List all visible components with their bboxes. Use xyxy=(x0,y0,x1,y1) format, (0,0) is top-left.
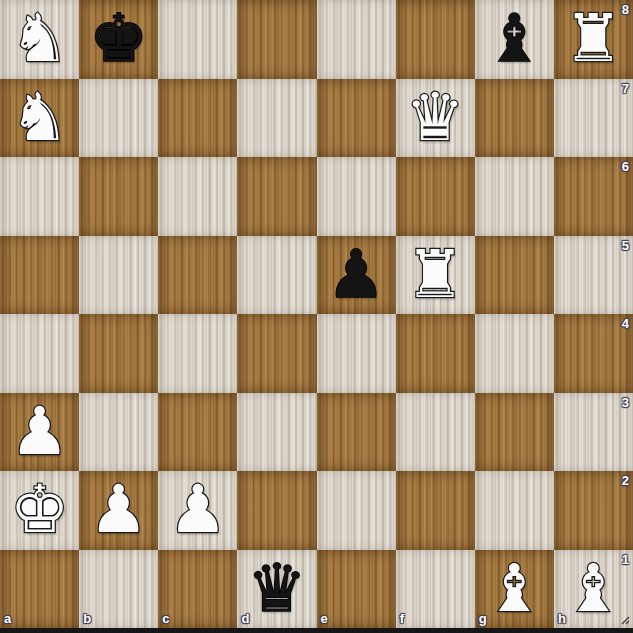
square-g3[interactable] xyxy=(475,393,554,472)
square-a7[interactable]: ♞ xyxy=(0,79,79,158)
square-e8[interactable] xyxy=(317,0,396,79)
square-h2[interactable]: 2 xyxy=(554,471,633,550)
square-g6[interactable] xyxy=(475,157,554,236)
square-h4[interactable]: 4 xyxy=(554,314,633,393)
chess-app-window: ♞♚♝8♜♞♛76♟♜54♟3♚♟♟2abcd♛efg♝1h♝ xyxy=(0,0,633,633)
white-rook-h8[interactable]: ♜ xyxy=(554,0,633,79)
square-c6[interactable] xyxy=(158,157,237,236)
square-d2[interactable] xyxy=(237,471,316,550)
file-label-c: c xyxy=(162,612,169,625)
square-a8[interactable]: ♞ xyxy=(0,0,79,79)
square-c8[interactable] xyxy=(158,0,237,79)
square-d7[interactable] xyxy=(237,79,316,158)
square-f4[interactable] xyxy=(396,314,475,393)
square-a1[interactable]: a xyxy=(0,550,79,629)
square-g5[interactable] xyxy=(475,236,554,315)
file-label-a: a xyxy=(4,612,11,625)
rank-label-6: 6 xyxy=(622,160,629,173)
square-e3[interactable] xyxy=(317,393,396,472)
square-c5[interactable] xyxy=(158,236,237,315)
white-pawn-b2[interactable]: ♟ xyxy=(79,471,158,550)
rank-label-7: 7 xyxy=(622,82,629,95)
square-e4[interactable] xyxy=(317,314,396,393)
square-e5[interactable]: ♟ xyxy=(317,236,396,315)
square-e2[interactable] xyxy=(317,471,396,550)
square-f1[interactable]: f xyxy=(396,550,475,629)
square-d1[interactable]: d♛ xyxy=(237,550,316,629)
square-h5[interactable]: 5 xyxy=(554,236,633,315)
square-h8[interactable]: 8♜ xyxy=(554,0,633,79)
square-e7[interactable] xyxy=(317,79,396,158)
square-h3[interactable]: 3 xyxy=(554,393,633,472)
square-f7[interactable]: ♛ xyxy=(396,79,475,158)
square-f6[interactable] xyxy=(396,157,475,236)
white-pawn-c2[interactable]: ♟ xyxy=(158,471,237,550)
square-b7[interactable] xyxy=(79,79,158,158)
black-king-b8[interactable]: ♚ xyxy=(79,0,158,79)
black-pawn-e5[interactable]: ♟ xyxy=(317,236,396,315)
chess-board: ♞♚♝8♜♞♛76♟♜54♟3♚♟♟2abcd♛efg♝1h♝ xyxy=(0,0,633,628)
white-rook-f5[interactable]: ♜ xyxy=(396,236,475,315)
square-b8[interactable]: ♚ xyxy=(79,0,158,79)
square-e6[interactable] xyxy=(317,157,396,236)
square-f3[interactable] xyxy=(396,393,475,472)
square-a3[interactable]: ♟ xyxy=(0,393,79,472)
square-c2[interactable]: ♟ xyxy=(158,471,237,550)
black-bishop-g8[interactable]: ♝ xyxy=(475,0,554,79)
square-c1[interactable]: c xyxy=(158,550,237,629)
white-bishop-g1[interactable]: ♝ xyxy=(475,550,554,629)
rank-label-2: 2 xyxy=(622,474,629,487)
square-d5[interactable] xyxy=(237,236,316,315)
file-label-f: f xyxy=(400,612,404,625)
white-king-a2[interactable]: ♚ xyxy=(0,471,79,550)
file-label-e: e xyxy=(321,612,328,625)
square-e1[interactable]: e xyxy=(317,550,396,629)
square-h7[interactable]: 7 xyxy=(554,79,633,158)
square-a4[interactable] xyxy=(0,314,79,393)
square-g2[interactable] xyxy=(475,471,554,550)
resize-handle-icon[interactable] xyxy=(617,612,631,626)
square-g1[interactable]: g♝ xyxy=(475,550,554,629)
square-a2[interactable]: ♚ xyxy=(0,471,79,550)
square-a6[interactable] xyxy=(0,157,79,236)
rank-label-3: 3 xyxy=(622,396,629,409)
square-b4[interactable] xyxy=(79,314,158,393)
square-b5[interactable] xyxy=(79,236,158,315)
square-b3[interactable] xyxy=(79,393,158,472)
square-d3[interactable] xyxy=(237,393,316,472)
white-queen-f7[interactable]: ♛ xyxy=(396,79,475,158)
white-knight-a7[interactable]: ♞ xyxy=(0,79,79,158)
black-queen-d1[interactable]: ♛ xyxy=(237,550,316,629)
square-d6[interactable] xyxy=(237,157,316,236)
square-f5[interactable]: ♜ xyxy=(396,236,475,315)
square-a5[interactable] xyxy=(0,236,79,315)
square-c7[interactable] xyxy=(158,79,237,158)
window-bottom-bar xyxy=(0,628,633,633)
square-b2[interactable]: ♟ xyxy=(79,471,158,550)
square-c3[interactable] xyxy=(158,393,237,472)
square-d4[interactable] xyxy=(237,314,316,393)
rank-label-5: 5 xyxy=(622,239,629,252)
square-f8[interactable] xyxy=(396,0,475,79)
square-b1[interactable]: b xyxy=(79,550,158,629)
square-f2[interactable] xyxy=(396,471,475,550)
square-g4[interactable] xyxy=(475,314,554,393)
square-c4[interactable] xyxy=(158,314,237,393)
square-g8[interactable]: ♝ xyxy=(475,0,554,79)
white-pawn-a3[interactable]: ♟ xyxy=(0,393,79,472)
square-h6[interactable]: 6 xyxy=(554,157,633,236)
file-label-b: b xyxy=(83,612,91,625)
white-knight-a8[interactable]: ♞ xyxy=(0,0,79,79)
square-d8[interactable] xyxy=(237,0,316,79)
rank-label-4: 4 xyxy=(622,317,629,330)
square-g7[interactable] xyxy=(475,79,554,158)
square-b6[interactable] xyxy=(79,157,158,236)
